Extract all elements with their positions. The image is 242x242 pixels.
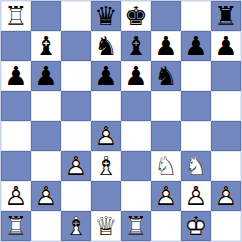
square-d4[interactable]: ♟♙: [91, 121, 121, 151]
square-d7[interactable]: ♞: [91, 31, 121, 61]
black-pawn-piece: ♟: [31, 61, 61, 91]
square-b8[interactable]: [31, 1, 61, 31]
black-pawn-piece: ♟: [181, 31, 211, 61]
square-a2[interactable]: ♟♙: [1, 181, 31, 211]
white-pawn-piece: ♟♙: [211, 181, 241, 211]
black-knight-piece: ♞: [91, 31, 121, 61]
square-c2[interactable]: [61, 181, 91, 211]
square-f4[interactable]: [151, 121, 181, 151]
square-e6[interactable]: ♟: [121, 61, 151, 91]
square-h5[interactable]: [211, 91, 241, 121]
black-knight-piece: ♞: [151, 61, 181, 91]
square-d1[interactable]: ♛♕: [91, 211, 121, 241]
square-d5[interactable]: [91, 91, 121, 121]
square-g2[interactable]: ♟♙: [181, 181, 211, 211]
white-rook-piece: ♜♖: [121, 211, 151, 241]
square-b1[interactable]: [31, 211, 61, 241]
white-queen-piece: ♛♕: [91, 211, 121, 241]
square-f2[interactable]: ♟♙: [151, 181, 181, 211]
square-b7[interactable]: ♝: [31, 31, 61, 61]
white-rook-piece: ♜♖: [1, 1, 31, 31]
white-bishop-piece: ♝♗: [91, 151, 121, 181]
square-b5[interactable]: [31, 91, 61, 121]
square-b4[interactable]: [31, 121, 61, 151]
square-c4[interactable]: [61, 121, 91, 151]
white-pawn-piece: ♟♙: [151, 181, 181, 211]
square-e4[interactable]: [121, 121, 151, 151]
square-a6[interactable]: ♟: [1, 61, 31, 91]
white-knight-piece: ♞♘: [181, 151, 211, 181]
black-rook-piece: ♜: [211, 1, 241, 31]
square-a4[interactable]: [1, 121, 31, 151]
square-b3[interactable]: [31, 151, 61, 181]
square-e7[interactable]: ♝: [121, 31, 151, 61]
square-g8[interactable]: [181, 1, 211, 31]
white-pawn-piece: ♟♙: [181, 181, 211, 211]
black-bishop-piece: ♝: [31, 31, 61, 61]
square-a8[interactable]: ♜♖: [1, 1, 31, 31]
square-a3[interactable]: [1, 151, 31, 181]
black-bishop-piece: ♝: [121, 31, 151, 61]
square-d6[interactable]: ♟: [91, 61, 121, 91]
white-pawn-piece: ♟♙: [31, 181, 61, 211]
white-pawn-piece: ♟♙: [61, 151, 91, 181]
square-c1[interactable]: ♝♗: [61, 211, 91, 241]
white-king-piece: ♚♔: [181, 211, 211, 241]
square-e8[interactable]: ♚: [121, 1, 151, 31]
square-f8[interactable]: [151, 1, 181, 31]
square-h3[interactable]: [211, 151, 241, 181]
square-f3[interactable]: ♞♘: [151, 151, 181, 181]
white-pawn-piece: ♟♙: [1, 181, 31, 211]
square-c3[interactable]: ♟♙: [61, 151, 91, 181]
square-a5[interactable]: [1, 91, 31, 121]
square-e3[interactable]: [121, 151, 151, 181]
square-h1[interactable]: [211, 211, 241, 241]
square-f7[interactable]: ♟: [151, 31, 181, 61]
square-e1[interactable]: ♜♖: [121, 211, 151, 241]
square-f5[interactable]: [151, 91, 181, 121]
white-bishop-piece: ♝♗: [61, 211, 91, 241]
square-b6[interactable]: ♟: [31, 61, 61, 91]
square-f1[interactable]: [151, 211, 181, 241]
black-pawn-piece: ♟: [211, 31, 241, 61]
square-g4[interactable]: [181, 121, 211, 151]
square-g6[interactable]: [181, 61, 211, 91]
square-c7[interactable]: [61, 31, 91, 61]
white-rook-piece: ♜♖: [1, 211, 31, 241]
square-a1[interactable]: ♜♖: [1, 211, 31, 241]
square-b2[interactable]: ♟♙: [31, 181, 61, 211]
square-d2[interactable]: [91, 181, 121, 211]
square-h4[interactable]: [211, 121, 241, 151]
black-pawn-piece: ♟: [91, 61, 121, 91]
black-pawn-piece: ♟: [151, 31, 181, 61]
square-e2[interactable]: [121, 181, 151, 211]
square-h2[interactable]: ♟♙: [211, 181, 241, 211]
square-h7[interactable]: ♟: [211, 31, 241, 61]
square-f6[interactable]: ♞: [151, 61, 181, 91]
black-pawn-piece: ♟: [1, 61, 31, 91]
square-c8[interactable]: [61, 1, 91, 31]
square-d8[interactable]: ♛: [91, 1, 121, 31]
black-queen-piece: ♛: [91, 1, 121, 31]
square-d3[interactable]: ♝♗: [91, 151, 121, 181]
square-a7[interactable]: [1, 31, 31, 61]
square-g3[interactable]: ♞♘: [181, 151, 211, 181]
chess-board: ♜♖♛♚♜♝♞♝♟♟♟♟♟♟♟♞♟♙♟♙♝♗♞♘♞♘♟♙♟♙♟♙♟♙♟♙♜♖♝♗…: [0, 0, 242, 242]
square-h6[interactable]: [211, 61, 241, 91]
square-c5[interactable]: [61, 91, 91, 121]
square-g5[interactable]: [181, 91, 211, 121]
white-knight-piece: ♞♘: [151, 151, 181, 181]
square-g7[interactable]: ♟: [181, 31, 211, 61]
black-pawn-piece: ♟: [121, 61, 151, 91]
black-king-piece: ♚: [121, 1, 151, 31]
square-g1[interactable]: ♚♔: [181, 211, 211, 241]
square-e5[interactable]: [121, 91, 151, 121]
square-c6[interactable]: [61, 61, 91, 91]
square-h8[interactable]: ♜: [211, 1, 241, 31]
white-pawn-piece: ♟♙: [91, 121, 121, 151]
